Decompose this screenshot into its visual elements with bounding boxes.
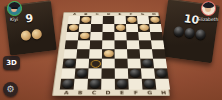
- square-c3[interactable]: [89, 59, 102, 69]
- square-a1[interactable]: [60, 79, 75, 90]
- square-b4[interactable]: [76, 49, 89, 58]
- file-label-b-near: B: [73, 90, 87, 96]
- black-tray-piece: [173, 26, 184, 37]
- square-d2[interactable]: [101, 68, 114, 78]
- square-e7[interactable]: [114, 24, 126, 32]
- square-f2[interactable]: [128, 68, 142, 78]
- file-label-h-near: H: [156, 90, 171, 96]
- black-piece-g3[interactable]: [142, 59, 153, 67]
- left-player-name: Kiyi: [1, 17, 27, 22]
- square-e4[interactable]: [115, 49, 128, 58]
- square-d1[interactable]: [101, 79, 115, 90]
- left-player[interactable]: Kiyi: [1, 1, 27, 22]
- black-piece-g1[interactable]: [143, 79, 154, 88]
- gear-icon: ⚙: [6, 84, 14, 94]
- black-tray-piece: [195, 29, 206, 40]
- square-f1[interactable]: [128, 79, 142, 90]
- square-d5[interactable]: [102, 40, 114, 49]
- square-e6[interactable]: [114, 32, 126, 40]
- square-g3[interactable]: [140, 59, 154, 69]
- view-3d-toggle-button[interactable]: 3D: [3, 56, 20, 70]
- square-f5[interactable]: [127, 40, 140, 49]
- square-a8[interactable]: [68, 16, 80, 24]
- square-d4[interactable]: [102, 49, 115, 58]
- square-g7[interactable]: [138, 24, 151, 32]
- white-tray-piece: [20, 30, 31, 41]
- square-h8[interactable]: [148, 16, 160, 24]
- black-piece-e1[interactable]: [116, 79, 127, 88]
- file-label-a-near: A: [59, 90, 74, 96]
- square-a4[interactable]: [64, 49, 78, 58]
- board-grid: [60, 16, 170, 89]
- square-f8[interactable]: [126, 16, 138, 24]
- white-piece-a7[interactable]: [68, 24, 78, 30]
- square-d6[interactable]: [102, 32, 114, 40]
- square-c7[interactable]: [91, 24, 103, 32]
- square-g6[interactable]: [138, 32, 151, 40]
- square-c5[interactable]: [90, 40, 103, 49]
- square-e5[interactable]: [114, 40, 127, 49]
- file-label-g-near: G: [143, 90, 157, 96]
- square-a2[interactable]: [61, 68, 75, 78]
- black-piece-b2[interactable]: [76, 69, 87, 77]
- square-h4[interactable]: [152, 49, 166, 58]
- left-player-avatar[interactable]: [7, 1, 22, 16]
- file-label-c-near: C: [87, 90, 101, 96]
- black-piece-a1[interactable]: [61, 79, 73, 88]
- white-tray-piece: [31, 29, 42, 40]
- square-g5[interactable]: [139, 40, 152, 49]
- square-a5[interactable]: [65, 40, 78, 49]
- square-b7[interactable]: [79, 24, 91, 32]
- sunglasses-icon: [11, 7, 18, 9]
- square-h7[interactable]: [149, 24, 162, 32]
- square-h3[interactable]: [153, 59, 167, 69]
- square-b5[interactable]: [77, 40, 90, 49]
- white-piece-b6[interactable]: [79, 33, 89, 40]
- square-g8[interactable]: [137, 16, 149, 24]
- game-table: 9 10 ABCDEFGH ABCDEFGH Kiyi Elizabeth 3D…: [0, 0, 222, 100]
- square-c6[interactable]: [90, 32, 102, 40]
- white-piece-h8[interactable]: [150, 17, 160, 23]
- square-b3[interactable]: [75, 59, 89, 69]
- black-piece-f2[interactable]: [129, 69, 140, 77]
- file-labels-near: ABCDEFGH: [59, 90, 171, 96]
- white-piece-e7[interactable]: [116, 24, 125, 30]
- black-piece-a3[interactable]: [64, 59, 75, 67]
- square-e2[interactable]: [115, 68, 129, 78]
- square-f3[interactable]: [127, 59, 141, 69]
- square-h2[interactable]: [154, 68, 169, 78]
- square-f6[interactable]: [126, 32, 139, 40]
- board-3d-wrapper: ABCDEFGH ABCDEFGH: [52, 12, 170, 96]
- square-h5[interactable]: [151, 40, 164, 49]
- square-g4[interactable]: [140, 49, 153, 58]
- white-piece-f8[interactable]: [127, 17, 136, 23]
- square-c8[interactable]: [91, 16, 103, 24]
- square-b6[interactable]: [78, 32, 91, 40]
- white-tray-pieces: [7, 27, 55, 43]
- settings-button[interactable]: ⚙: [3, 82, 18, 97]
- square-e8[interactable]: [114, 16, 126, 24]
- black-tray-piece: [184, 27, 195, 38]
- square-h1[interactable]: [155, 79, 170, 90]
- square-a3[interactable]: [62, 59, 76, 69]
- file-label-e-near: E: [115, 90, 129, 96]
- white-piece-d4[interactable]: [103, 50, 113, 57]
- right-player-name: Elizabeth: [195, 17, 221, 22]
- square-f7[interactable]: [126, 24, 138, 32]
- right-player-avatar[interactable]: [201, 1, 216, 16]
- square-c2[interactable]: [88, 68, 102, 78]
- square-a7[interactable]: [67, 24, 80, 32]
- square-d7[interactable]: [102, 24, 114, 32]
- square-c4[interactable]: [89, 49, 102, 58]
- white-piece-g7[interactable]: [139, 24, 149, 30]
- white-piece-b8[interactable]: [81, 17, 90, 23]
- file-label-f-near: F: [129, 90, 143, 96]
- square-b2[interactable]: [75, 68, 89, 78]
- square-f4[interactable]: [127, 49, 140, 58]
- avatar-hair: [203, 2, 214, 8]
- right-player[interactable]: Elizabeth: [195, 1, 221, 22]
- square-b1[interactable]: [74, 79, 88, 90]
- square-e3[interactable]: [115, 59, 128, 69]
- black-piece-c1[interactable]: [89, 79, 100, 88]
- square-d3[interactable]: [102, 59, 115, 69]
- square-e1[interactable]: [115, 79, 129, 90]
- black-piece-h2[interactable]: [156, 69, 167, 77]
- square-d8[interactable]: [103, 16, 115, 24]
- square-g2[interactable]: [141, 68, 155, 78]
- square-g1[interactable]: [142, 79, 157, 90]
- file-label-d-near: D: [101, 90, 115, 96]
- square-a6[interactable]: [66, 32, 79, 40]
- square-c1[interactable]: [87, 79, 101, 90]
- square-b8[interactable]: [79, 16, 91, 24]
- move-highlight-ring-c3[interactable]: [90, 60, 100, 68]
- square-h6[interactable]: [150, 32, 163, 40]
- checkers-board: ABCDEFGH ABCDEFGH: [52, 12, 170, 96]
